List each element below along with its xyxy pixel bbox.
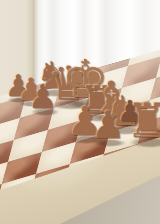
chess-set-photo: ♟♟♟♞♛♚♜♝♟♟♞♟♜ xyxy=(0,0,160,224)
pieces-layer: ♟♟♟♞♛♚♜♝♟♟♞♟♜ xyxy=(0,0,160,224)
rook-piece[interactable]: ♜ xyxy=(126,97,160,144)
